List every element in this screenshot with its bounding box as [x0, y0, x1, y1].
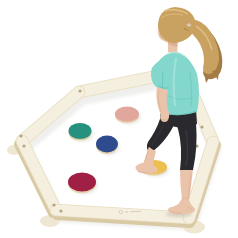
joint-rivet [59, 209, 62, 212]
anklet-bead [182, 198, 183, 199]
joint-rivet [52, 203, 55, 206]
product-photo-scene [0, 0, 238, 238]
disc-top [69, 123, 92, 139]
joint-rivet [200, 125, 203, 128]
product-photo [0, 0, 238, 238]
joint-rivet [78, 89, 81, 92]
anklet-bead [187, 198, 188, 199]
joint-rivet [22, 144, 25, 147]
child-hand [160, 113, 168, 122]
brand-stamp-mark [130, 211, 141, 212]
disc-top [115, 107, 139, 122]
joint-rivet [19, 134, 22, 137]
disc-top [96, 136, 118, 153]
hair-tie [186, 23, 191, 27]
disc-top [68, 173, 96, 192]
